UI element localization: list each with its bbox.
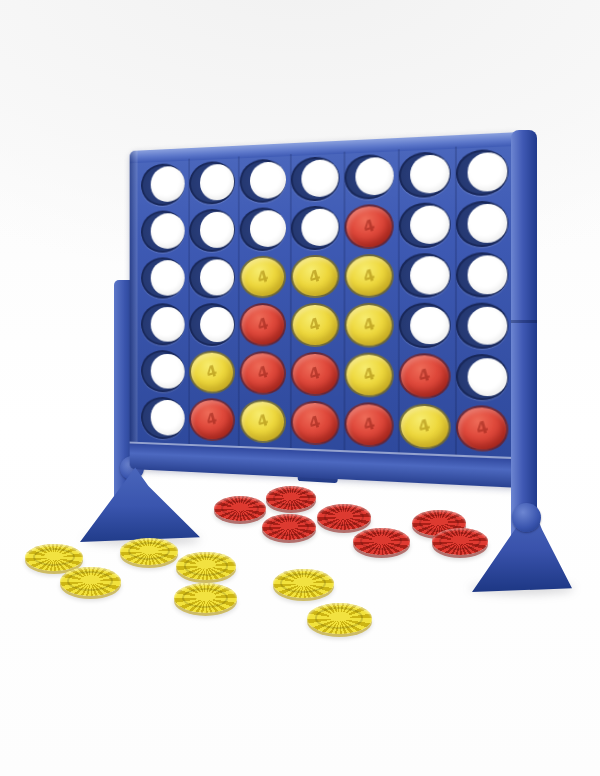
empty-hole [141,304,185,346]
empty-hole [399,202,450,248]
red-piece [399,353,450,399]
empty-hole [455,148,508,196]
board-left-rim [130,151,138,470]
yellow-loose-disc [25,544,83,571]
empty-hole [141,210,185,253]
red-loose-disc [214,496,266,521]
empty-hole [141,257,185,299]
empty-hole [190,208,235,252]
red-piece [190,398,235,442]
empty-hole [455,303,508,349]
empty-hole [190,161,235,205]
red-piece [344,203,394,249]
board-perspective-wrapper [130,132,523,488]
empty-hole [344,154,394,200]
red-loose-disc [317,504,371,530]
empty-hole [190,304,235,347]
yellow-loose-disc [307,603,372,634]
yellow-piece [344,303,394,348]
empty-hole [141,350,185,393]
empty-hole [455,252,508,298]
empty-hole [291,205,339,250]
connect-four-board [130,132,523,488]
yellow-piece [291,254,339,298]
red-piece [291,401,339,446]
red-loose-disc [266,486,316,510]
yellow-piece [344,253,394,298]
red-loose-disc [262,514,316,540]
empty-hole [455,354,508,401]
empty-hole [291,156,339,202]
yellow-piece [190,351,235,394]
red-loose-disc [353,528,410,555]
right-hinge [512,503,541,532]
empty-hole [399,151,450,198]
red-loose-disc [432,528,488,555]
empty-hole [455,200,508,247]
red-piece [291,352,339,397]
empty-hole [399,252,450,298]
right-support-post [511,130,537,562]
yellow-piece [240,399,287,444]
yellow-loose-disc [176,552,236,580]
yellow-piece [344,353,394,398]
yellow-loose-disc [60,567,121,596]
yellow-piece [240,255,287,299]
red-piece [344,402,394,448]
yellow-piece [399,403,450,450]
connect-four-photo [0,0,600,776]
empty-hole [240,158,287,203]
red-piece [240,304,287,347]
empty-hole [141,163,185,207]
board-grid [141,148,508,452]
yellow-loose-disc [174,583,237,613]
yellow-loose-disc [273,569,334,598]
empty-hole [399,303,450,349]
empty-hole [141,397,185,440]
yellow-loose-disc [120,538,178,565]
empty-hole [240,207,287,251]
empty-hole [190,256,235,299]
red-piece [455,405,508,453]
red-piece [240,351,287,395]
yellow-piece [291,303,339,347]
